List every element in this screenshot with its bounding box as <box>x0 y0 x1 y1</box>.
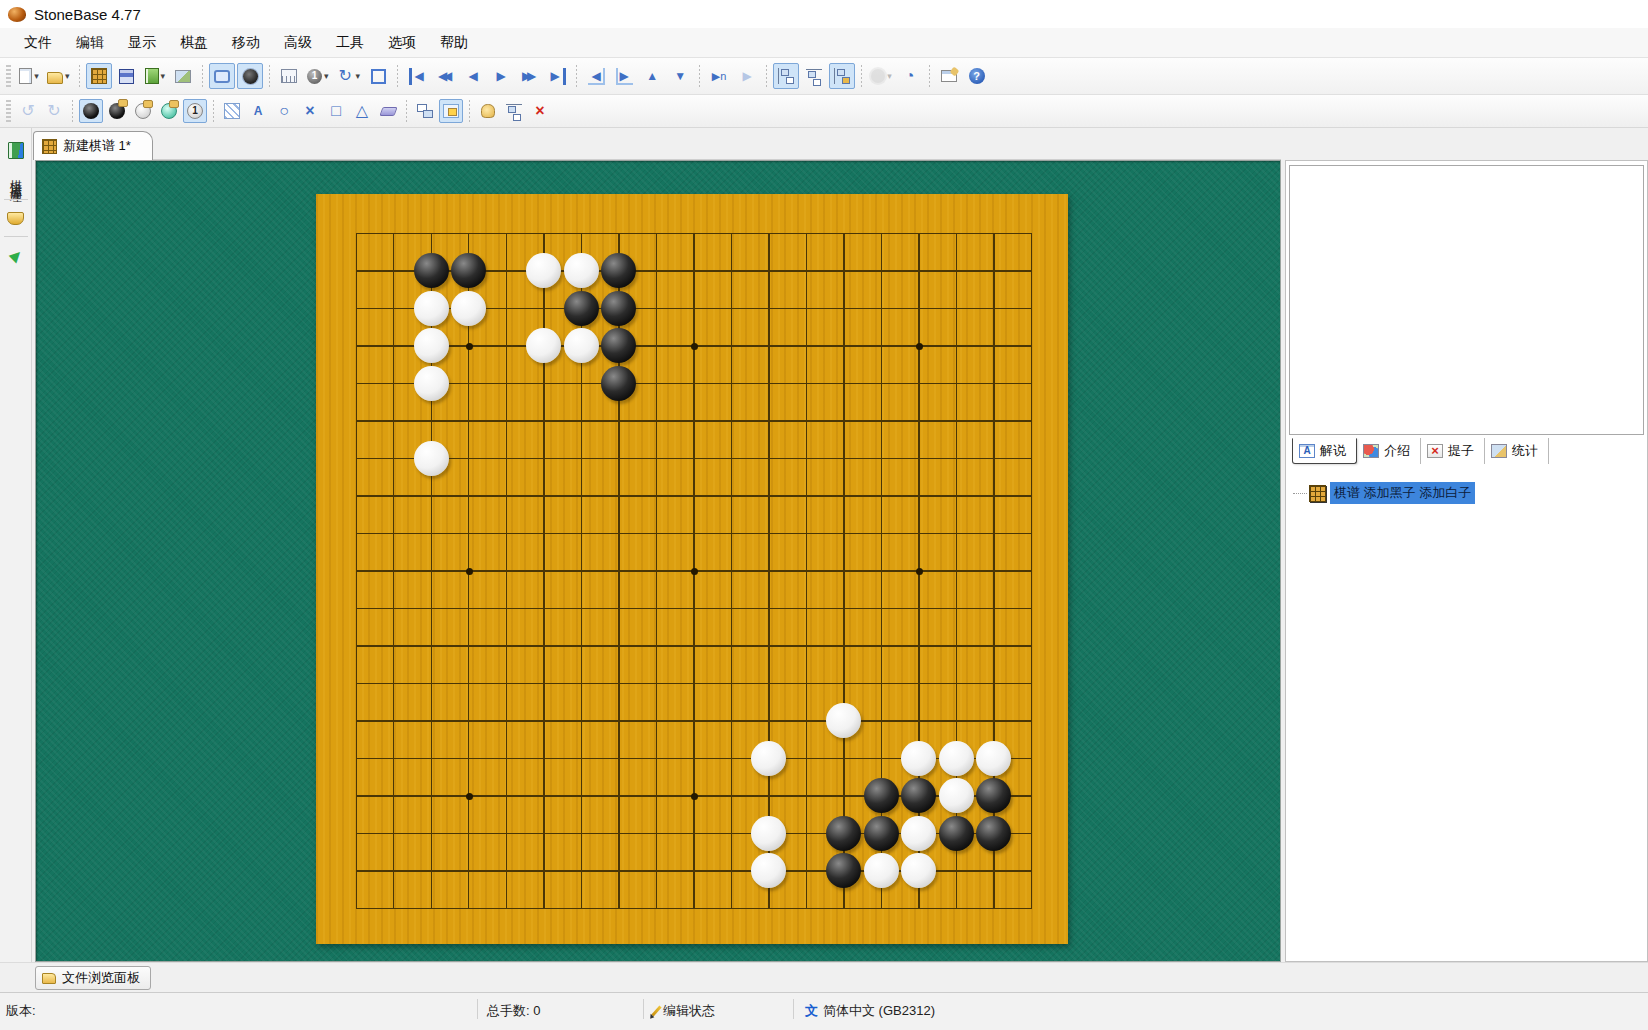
black-stone[interactable] <box>601 366 636 401</box>
info-tab-bar: A 解说 介绍 × 提子 统计 <box>1292 438 1646 464</box>
mark-cross-button[interactable]: × <box>298 99 322 123</box>
star-point <box>691 343 698 350</box>
star-point <box>916 568 923 575</box>
star-point <box>466 343 473 350</box>
next-branch-button[interactable]: ▶ <box>611 63 637 89</box>
toolbar-separator <box>202 65 203 87</box>
white-stone[interactable] <box>939 741 974 776</box>
white-stone[interactable] <box>901 816 936 851</box>
content-area: 棋谱库管理 ▶ 新建棋谱 1* <box>0 128 1648 962</box>
insert-node-button[interactable] <box>439 99 463 123</box>
black-stone[interactable] <box>864 816 899 851</box>
version-status: 版本: <box>6 1002 36 1020</box>
help-button[interactable]: ? <box>964 63 990 89</box>
star-point <box>916 343 923 350</box>
status-separator <box>793 999 794 1019</box>
window-title: StoneBase 4.77 <box>34 6 141 23</box>
menu-edit[interactable]: 编辑 <box>64 30 116 56</box>
open-file-button[interactable]: ▾ <box>44 63 73 89</box>
toolbar-separator <box>469 100 470 122</box>
down-branch-button[interactable]: ▼ <box>667 63 693 89</box>
tab-commentary[interactable]: A 解说 <box>1292 438 1357 464</box>
mark-eraser-button[interactable] <box>376 99 400 123</box>
toolbar-separator <box>699 65 700 87</box>
white-stone[interactable] <box>564 253 599 288</box>
edit-board-button[interactable] <box>86 63 112 89</box>
add-white-button[interactable] <box>131 99 155 123</box>
app-logo-icon <box>8 7 26 22</box>
black-stone[interactable] <box>901 778 936 813</box>
white-stone[interactable] <box>939 778 974 813</box>
up-branch-button[interactable]: ▲ <box>639 63 665 89</box>
black-stone[interactable] <box>864 778 899 813</box>
nav-back10-button[interactable]: ◀◀ <box>432 63 458 89</box>
toolbar-grip[interactable] <box>6 100 11 122</box>
toolbar-separator <box>269 65 270 87</box>
move-number-button[interactable]: 1▾ <box>304 63 332 89</box>
toolbar-separator <box>213 100 214 122</box>
white-stone[interactable] <box>901 741 936 776</box>
show-number-button[interactable]: 1 <box>183 99 207 123</box>
nav-forward10-button[interactable]: ▶▶ <box>516 63 542 89</box>
tab-commentary-label: 解说 <box>1320 442 1346 460</box>
document-tab-strip: 新建棋谱 1* <box>33 128 1281 160</box>
delete-node-button[interactable]: × <box>528 99 552 123</box>
document-a-icon: A <box>1299 444 1315 458</box>
mark-letter-button[interactable]: A <box>246 99 270 123</box>
black-stone[interactable] <box>601 291 636 326</box>
mark-square-button[interactable]: □ <box>324 99 348 123</box>
sound-button[interactable] <box>237 63 263 89</box>
go-board[interactable] <box>316 194 1068 944</box>
tab-introduction-label: 介绍 <box>1384 442 1410 460</box>
people-icon <box>1363 444 1379 458</box>
toolbar-separator <box>766 65 767 87</box>
white-stone[interactable] <box>414 291 449 326</box>
new-game-button[interactable]: ▾ <box>16 63 42 89</box>
engine-button: ▾ <box>868 63 895 89</box>
white-stone[interactable] <box>526 328 561 363</box>
mark-shade-button[interactable] <box>220 99 244 123</box>
white-stone[interactable] <box>451 291 486 326</box>
star-point <box>466 793 473 800</box>
prev-branch-button[interactable]: ◀ <box>583 63 609 89</box>
undo-button: ↺ <box>16 99 40 123</box>
language-icon: 文 <box>805 1002 818 1020</box>
status-bar: 版本: 总手数: 0 编辑状态 文 简体中文 (GB2312) <box>0 992 1648 1030</box>
white-stone[interactable] <box>826 703 861 738</box>
main-panel: 新建棋谱 1* <box>33 128 1281 962</box>
pencil-icon <box>651 1006 661 1017</box>
menu-move[interactable]: 移动 <box>220 30 272 56</box>
mark-circle-button[interactable]: ○ <box>272 99 296 123</box>
auto-play-button: ▶ <box>734 63 760 89</box>
nav-forward-button[interactable]: ▶ <box>488 63 514 89</box>
white-stone[interactable] <box>751 741 786 776</box>
toolbar-separator <box>79 65 80 87</box>
comment-area[interactable] <box>1289 165 1644 435</box>
menu-tools[interactable]: 工具 <box>324 30 376 56</box>
toolbar-separator <box>929 65 930 87</box>
menu-display[interactable]: 显示 <box>116 30 168 56</box>
star-point <box>691 568 698 575</box>
game-info-button[interactable] <box>936 63 962 89</box>
tree-root-node[interactable]: 棋谱 添加黑子 添加白子 <box>1293 483 1475 503</box>
menu-options[interactable]: 选项 <box>376 30 428 56</box>
white-stone[interactable] <box>901 853 936 888</box>
tree-connector <box>1293 493 1307 494</box>
mark-triangle-button[interactable]: △ <box>350 99 374 123</box>
black-stone[interactable] <box>601 253 636 288</box>
nav-first-button[interactable]: ◀ <box>404 63 430 89</box>
tab-statistics-label: 统计 <box>1512 442 1538 460</box>
title-bar: StoneBase 4.77 <box>0 0 1648 28</box>
toolbar-separator <box>406 100 407 122</box>
black-stone[interactable] <box>451 253 486 288</box>
toolbar-separator <box>861 65 862 87</box>
library-book-icon[interactable] <box>6 140 26 160</box>
tree-view-button[interactable] <box>773 63 799 89</box>
file-browser-panel-button[interactable]: 文件浏览面板 <box>35 966 151 990</box>
tab-introduction[interactable]: 介绍 <box>1357 438 1421 464</box>
edit-toolbar: ↺↻1A○×□△× <box>0 95 1648 128</box>
star-point <box>691 793 698 800</box>
white-stone[interactable] <box>414 366 449 401</box>
black-stone[interactable] <box>826 816 861 851</box>
black-stone[interactable] <box>826 853 861 888</box>
black-stone[interactable] <box>601 328 636 363</box>
menu-advanced[interactable]: 高级 <box>272 30 324 56</box>
tab-label: 新建棋谱 1* <box>63 137 131 155</box>
encoding-status[interactable]: 文 简体中文 (GB2312) <box>805 1002 935 1020</box>
add-black-button[interactable] <box>105 99 129 123</box>
white-stone[interactable] <box>751 853 786 888</box>
status-separator <box>477 999 478 1019</box>
file-browser-label: 文件浏览面板 <box>62 969 140 987</box>
coordinates-button[interactable] <box>276 63 302 89</box>
edit-state-status: 编辑状态 <box>655 1002 715 1020</box>
capture-x-icon: × <box>1427 444 1443 458</box>
remove-stone-button[interactable] <box>157 99 181 123</box>
game-tree-panel: 棋谱 添加黑子 添加白子 <box>1289 469 1644 957</box>
toolbar-separator <box>397 65 398 87</box>
white-stone[interactable] <box>976 741 1011 776</box>
rotate-board-button[interactable]: ↻▾ <box>334 63 364 89</box>
picture-icon <box>1491 444 1507 458</box>
dropdown-arrow-icon[interactable]: ▾ <box>324 71 329 81</box>
tree-edit-button[interactable] <box>502 99 526 123</box>
white-stone[interactable] <box>564 328 599 363</box>
tab-captures[interactable]: × 提子 <box>1421 438 1485 464</box>
play-stone-button[interactable] <box>79 99 103 123</box>
sidebar-divider <box>4 199 28 200</box>
black-stone[interactable] <box>564 291 599 326</box>
menu-bar: 文件 编辑 显示 棋盘 移动 高级 工具 选项 帮助 <box>0 28 1648 58</box>
new-variation-button[interactable] <box>413 99 437 123</box>
toolbar-grip[interactable] <box>6 65 11 87</box>
menu-help[interactable]: 帮助 <box>428 30 480 56</box>
sidebar-library-label[interactable]: 棋谱库管理 <box>7 170 24 185</box>
save-button[interactable] <box>114 63 140 89</box>
white-stone[interactable] <box>414 441 449 476</box>
move-count-status: 总手数: 0 <box>487 1002 540 1020</box>
white-stone[interactable] <box>414 328 449 363</box>
star-point <box>466 568 473 575</box>
nav-last-button[interactable]: ▶ <box>544 63 570 89</box>
bottom-strip: 文件浏览面板 <box>0 962 1648 992</box>
stonebase-window: StoneBase 4.77 文件 编辑 显示 棋盘 移动 高级 工具 选项 帮… <box>0 0 1648 1030</box>
folder-icon <box>42 973 56 984</box>
black-stone[interactable] <box>414 253 449 288</box>
nav-back-button[interactable]: ◀ <box>460 63 486 89</box>
white-stone[interactable] <box>751 816 786 851</box>
tab-statistics[interactable]: 统计 <box>1485 438 1549 464</box>
black-stone[interactable] <box>939 816 974 851</box>
status-separator <box>643 999 644 1019</box>
black-stone[interactable] <box>976 816 1011 851</box>
variation-chart-button[interactable] <box>801 63 827 89</box>
game-record-icon <box>1309 485 1326 502</box>
tab-captures-label: 提子 <box>1448 442 1474 460</box>
dropdown-arrow-icon[interactable]: ▾ <box>34 71 39 81</box>
board-background <box>35 160 1281 962</box>
sidebar-divider <box>4 236 28 237</box>
black-stone[interactable] <box>976 778 1011 813</box>
board-frame-button[interactable] <box>365 63 391 89</box>
dropdown-arrow-icon[interactable]: ▾ <box>887 71 892 81</box>
pass-button[interactable] <box>476 99 500 123</box>
main-toolbar: ▾▾▾1▾↻▾◀◀◀◀▶▶▶▶◀▶▲▼▶n▶▾◔? <box>0 58 1648 95</box>
save-to-library-button[interactable]: ▾ <box>142 63 169 89</box>
stone-bowl-icon[interactable] <box>6 208 26 228</box>
toolbar-separator <box>72 100 73 122</box>
time-info-button[interactable]: ◔ <box>897 63 923 89</box>
show-panel-button[interactable] <box>209 63 235 89</box>
redo-button: ↻ <box>42 99 66 123</box>
export-image-button[interactable] <box>170 63 196 89</box>
edit-state-label: 编辑状态 <box>663 1002 715 1020</box>
menu-file[interactable]: 文件 <box>12 30 64 56</box>
menu-board[interactable]: 棋盘 <box>168 30 220 56</box>
jump-arrow-icon[interactable]: ▶ <box>6 245 26 265</box>
encoding-label: 简体中文 (GB2312) <box>823 1002 935 1020</box>
white-stone[interactable] <box>864 853 899 888</box>
tab-new-game-record[interactable]: 新建棋谱 1* <box>33 131 153 160</box>
board-edit-icon <box>42 139 57 154</box>
tree-node-label[interactable]: 棋谱 添加黑子 添加白子 <box>1330 482 1475 504</box>
dropdown-arrow-icon[interactable]: ▾ <box>356 71 361 81</box>
tree-locate-button[interactable] <box>829 63 855 89</box>
white-stone[interactable] <box>526 253 561 288</box>
toolbar-separator <box>576 65 577 87</box>
dropdown-arrow-icon[interactable]: ▾ <box>65 71 70 81</box>
left-sidebar: 棋谱库管理 ▶ <box>0 128 32 962</box>
right-panel: A 解说 介绍 × 提子 统计 <box>1285 160 1648 962</box>
dropdown-arrow-icon[interactable]: ▾ <box>161 71 166 81</box>
play-n-moves-button[interactable]: ▶n <box>706 63 732 89</box>
